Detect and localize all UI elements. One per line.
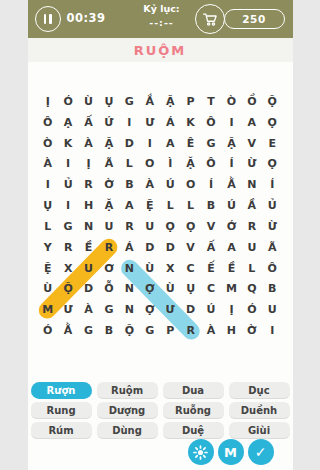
grid-cell[interactable]: X (160, 258, 180, 279)
grid-cell[interactable]: Ù (38, 279, 58, 300)
grid-cell[interactable]: Ấ (78, 112, 98, 133)
grid-cell[interactable]: R (58, 237, 78, 258)
word-item: Dục (229, 382, 290, 399)
grid-cell[interactable]: X (58, 258, 78, 279)
grid-cell[interactable]: Ằ (221, 174, 241, 195)
grid-cell[interactable]: Í (221, 154, 241, 175)
grid-cell[interactable]: K (180, 112, 200, 133)
grid-cell[interactable]: Ặ (180, 154, 200, 175)
grid-cell[interactable]: Ợ (140, 299, 160, 320)
grid-cell[interactable]: M (221, 279, 241, 300)
grid-cell[interactable]: Ồ (242, 91, 262, 112)
grid-cell[interactable]: B (262, 279, 282, 300)
board: ỊÓÙỤGẮẬPTÒỒỘÔẠẤỨIƯÁKÔIAỌÒKÀẬDIAÊGẬVEÀIỊÃ… (38, 91, 283, 341)
grid-cell[interactable]: V (180, 237, 200, 258)
magic-m-button[interactable]: M (218, 439, 244, 465)
grid-cell[interactable]: Ó (58, 91, 78, 112)
grid-cell[interactable]: Ụ (38, 195, 58, 216)
pause-icon (44, 14, 47, 24)
grid-cell[interactable]: R (180, 320, 200, 341)
grid-cell[interactable]: D (78, 279, 98, 300)
grid-cell[interactable]: Ế (201, 258, 221, 279)
grid-cell[interactable]: D (180, 299, 200, 320)
grid-cell[interactable]: Ã (99, 154, 119, 175)
grid-cell[interactable]: Ó (38, 320, 58, 341)
grid-cell[interactable]: Ặ (99, 195, 119, 216)
grid-cell[interactable]: Ệ (38, 258, 58, 279)
grid-cell[interactable]: Ị (78, 154, 98, 175)
grid-cell[interactable]: Ì (160, 154, 180, 175)
grid-cell[interactable]: L (38, 216, 58, 237)
grid-cell[interactable]: A (221, 237, 241, 258)
grid-cell[interactable]: N (78, 216, 98, 237)
grid-cell[interactable]: Ú (201, 299, 221, 320)
grid-cell[interactable]: M (38, 299, 58, 320)
grid-cell[interactable]: Ô (38, 112, 58, 133)
grid-cell[interactable]: Ậ (221, 133, 241, 154)
grid-cell[interactable]: Ê (180, 133, 200, 154)
grid-cell[interactable]: R (78, 174, 98, 195)
grid-cell[interactable]: Ờ (99, 174, 119, 195)
grid-cell[interactable]: Ề (78, 237, 98, 258)
grid-cell[interactable]: U (99, 216, 119, 237)
grid-cell[interactable]: I (262, 320, 282, 341)
grid-cell[interactable]: Ị (38, 91, 58, 112)
grid-cell[interactable]: T (201, 91, 221, 112)
record-block: Kỷ lục: --:-- (136, 3, 188, 28)
grid-cell[interactable]: Ủ (262, 195, 282, 216)
grid-cell[interactable]: Ộ (58, 279, 78, 300)
grid-cell[interactable]: D (119, 133, 139, 154)
grid-cell[interactable]: À (78, 133, 98, 154)
grid-cell[interactable]: I (58, 154, 78, 175)
grid-cell[interactable]: N (242, 174, 262, 195)
grid-cell[interactable]: Y (38, 237, 58, 258)
grid-cell[interactable]: Í (262, 174, 282, 195)
timer: 00:39 (67, 11, 106, 25)
confirm-button[interactable]: ✓ (248, 439, 274, 465)
word-item: Rung (31, 402, 92, 419)
grid-cell[interactable]: Ắ (140, 91, 160, 112)
grid-cell[interactable]: B (99, 320, 119, 341)
grid-cell[interactable]: Ô (201, 154, 221, 175)
record-value: --:-- (136, 17, 188, 28)
grid-cell[interactable]: K (58, 133, 78, 154)
current-word-banner: RUỘM (28, 38, 293, 62)
grid-cell[interactable]: Ư (58, 299, 78, 320)
grid-cell[interactable]: B (201, 195, 221, 216)
word-item: Duệ (163, 422, 224, 439)
action-buttons: M ✓ (188, 439, 274, 465)
grid-cell[interactable]: Ó (242, 299, 262, 320)
grid-cell[interactable]: Ư (140, 112, 160, 133)
grid-cell[interactable]: R (242, 216, 262, 237)
grid-cell[interactable]: Ị (221, 299, 241, 320)
grid-cell[interactable]: R (99, 237, 119, 258)
grid-cell[interactable]: P (160, 320, 180, 341)
m-icon: M (224, 445, 237, 460)
word-item: Rúm (31, 422, 92, 439)
word-item: Giùi (229, 422, 290, 439)
grid-cell[interactable]: U (242, 237, 262, 258)
grid-cell[interactable]: Ô (201, 112, 221, 133)
grid-cell[interactable]: O (180, 174, 200, 195)
grid-cell[interactable]: H (78, 195, 98, 216)
grid-cell[interactable]: I (140, 133, 160, 154)
grid-cell[interactable]: Q (242, 279, 262, 300)
grid-cell[interactable]: Ụ (180, 279, 200, 300)
top-bar: 00:39 Kỷ lục: --:-- 250 (28, 0, 293, 38)
grid-cell[interactable]: G (201, 133, 221, 154)
word-item: Ruỗng (163, 402, 224, 419)
grid-cell[interactable]: Ộ (119, 320, 139, 341)
grid-cell[interactable]: B (119, 174, 139, 195)
grid-cell[interactable]: Ụ (99, 91, 119, 112)
grid-cell[interactable]: Ừ (262, 216, 282, 237)
grid-cell[interactable]: D (160, 237, 180, 258)
grid-cell[interactable]: G (58, 216, 78, 237)
grid-cell[interactable]: Ô (262, 258, 282, 279)
grid-cell[interactable]: Ã (262, 237, 282, 258)
grid-cell[interactable]: U (140, 216, 160, 237)
grid-cell[interactable]: Ư (160, 299, 180, 320)
grid-cell[interactable]: G (140, 320, 160, 341)
grid-cell[interactable]: Ơ (99, 258, 119, 279)
grid-cell[interactable]: L (180, 195, 200, 216)
grid-cell[interactable]: Ú (160, 174, 180, 195)
grid-cell[interactable]: V (242, 133, 262, 154)
grid-cell[interactable]: Í (201, 174, 221, 195)
grid-cell[interactable]: V (201, 216, 221, 237)
grid-cell[interactable]: O (140, 154, 160, 175)
grid-cell[interactable]: U (262, 299, 282, 320)
grid-cell[interactable]: E (262, 133, 282, 154)
grid-cell[interactable]: N (119, 299, 139, 320)
grid-cell[interactable]: A (242, 112, 262, 133)
grid-cell[interactable]: C (201, 279, 221, 300)
grid-cell[interactable]: Ú (221, 195, 241, 216)
grid-cell[interactable]: N (119, 279, 139, 300)
coin-counter: 250 (224, 9, 285, 29)
grid-cell[interactable]: I (221, 112, 241, 133)
word-search-app: 00:39 Kỷ lục: --:-- 250 RUỘM ỊÓÙỤGẮẬPTÒỒ… (28, 0, 293, 470)
grid-cell[interactable]: Ầ (242, 195, 262, 216)
grid-cell[interactable]: Á (160, 112, 180, 133)
grid-cell[interactable]: I (119, 112, 139, 133)
grid-cell[interactable]: I (58, 195, 78, 216)
grid-cell[interactable]: À (78, 299, 98, 320)
grid-cell[interactable]: À (201, 320, 221, 341)
grid-cell[interactable]: Ọ (180, 216, 200, 237)
check-icon: ✓ (255, 444, 267, 460)
cart-icon (201, 10, 219, 28)
grid-cell[interactable]: H (221, 320, 241, 341)
grid-cell[interactable]: Ệ (140, 195, 160, 216)
grid-cell[interactable]: Ậ (160, 91, 180, 112)
word-item: Dùng (97, 422, 158, 439)
grid-cell[interactable]: A (160, 133, 180, 154)
grid-cell[interactable]: Ừ (242, 154, 262, 175)
grid-cell[interactable]: G (78, 320, 98, 341)
coin-count: 250 (242, 13, 265, 25)
grid-cell[interactable]: Ò (221, 91, 241, 112)
grid-cell[interactable]: I (38, 174, 58, 195)
word-item: Duềnh (229, 402, 290, 419)
hint-button[interactable] (188, 439, 214, 465)
grid-cell[interactable]: Ộ (262, 91, 282, 112)
grid-cell[interactable]: Ợ (140, 279, 160, 300)
grid-cell[interactable]: R (119, 216, 139, 237)
grid-cell[interactable]: A (119, 195, 139, 216)
grid-cell[interactable]: Ấ (201, 237, 221, 258)
grid-cell[interactable]: Ớ (221, 216, 241, 237)
grid-cell[interactable]: Ạ (58, 112, 78, 133)
grid-cell[interactable]: C (180, 258, 200, 279)
grid-cell[interactable]: Ủ (58, 174, 78, 195)
grid-cell[interactable]: L (160, 195, 180, 216)
record-label: Kỷ lục: (136, 3, 188, 14)
word-list: RượnRuộmDuaDụcRungDượngRuỗngDuềnhRúmDùng… (31, 382, 290, 439)
grid-cell[interactable]: Ề (221, 258, 241, 279)
grid-cell[interactable]: N (119, 258, 139, 279)
grid-cell[interactable]: Ò (38, 133, 58, 154)
grid-cell[interactable]: Ù (78, 91, 98, 112)
word-item: Dượng (97, 402, 158, 419)
grid-cell[interactable]: Ờ (242, 320, 262, 341)
grid-cell[interactable]: Ậ (99, 133, 119, 154)
grid-cell[interactable]: Ù (160, 279, 180, 300)
grid-cell[interactable]: P (180, 91, 200, 112)
word-item: Ruộm (97, 382, 158, 399)
grid-cell[interactable]: Ù (140, 258, 160, 279)
grid-cell[interactable]: À (38, 154, 58, 175)
pause-button[interactable] (35, 6, 61, 32)
shop-button[interactable] (195, 4, 225, 34)
grid-cell[interactable]: D (140, 237, 160, 258)
grid-cell[interactable]: Ọ (262, 112, 282, 133)
grid-cell[interactable]: À (140, 174, 160, 195)
letter-grid: ỊÓÙỤGẮẬPTÒỒỘÔẠẤỨIƯÁKÔIAỌÒKÀẬDIAÊGẬVEÀIỊÃ… (38, 91, 283, 341)
grid-cell[interactable]: Ọ (262, 154, 282, 175)
grid-cell[interactable]: G (119, 91, 139, 112)
grid-cell[interactable]: G (99, 299, 119, 320)
pause-icon (49, 14, 52, 24)
word-item: Dua (163, 382, 224, 399)
grid-cell[interactable]: Ỗ (99, 279, 119, 300)
grid-cell[interactable]: L (242, 258, 262, 279)
burst-icon (192, 444, 209, 461)
grid-cell[interactable]: Ọ (160, 216, 180, 237)
grid-cell[interactable]: U (78, 258, 98, 279)
current-word: RUỘM (134, 43, 187, 58)
word-item: Rượn (31, 382, 92, 399)
grid-cell[interactable]: Á (119, 237, 139, 258)
grid-cell[interactable]: Ứ (99, 112, 119, 133)
grid-cell[interactable]: Ằ (58, 320, 78, 341)
grid-cell[interactable]: L (119, 154, 139, 175)
